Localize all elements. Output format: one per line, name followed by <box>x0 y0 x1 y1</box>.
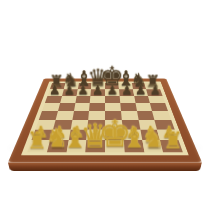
black-pawn[interactable]: ♟ <box>121 83 132 96</box>
square-c7[interactable]: ♟ <box>76 89 91 96</box>
square-b4[interactable] <box>55 111 73 120</box>
square-b6[interactable] <box>60 96 76 103</box>
square-e5[interactable] <box>105 103 121 111</box>
square-c6[interactable] <box>75 96 91 103</box>
black-pawn[interactable]: ♟ <box>135 83 146 96</box>
square-g1[interactable]: ♞ <box>142 140 164 152</box>
square-a5[interactable] <box>42 103 60 111</box>
square-h7[interactable]: ♟ <box>146 89 162 96</box>
square-h1[interactable]: ♜ <box>160 140 183 152</box>
black-pawn[interactable]: ♟ <box>92 83 103 96</box>
square-e6[interactable] <box>105 96 120 103</box>
white-rook[interactable]: ♜ <box>163 129 184 152</box>
photo-canvas: ♜♞♝♛♚♝♞♜♟♟♟♟♟♟♟♟♟♟♟♟♟♟♟♟♜♞♝♛♚♝♞♜ <box>0 0 210 210</box>
square-h6[interactable] <box>148 96 165 103</box>
square-f6[interactable] <box>119 96 135 103</box>
board-grid: ♜♞♝♛♚♝♞♜♟♟♟♟♟♟♟♟♟♟♟♟♟♟♟♟♜♞♝♛♚♝♞♜ <box>27 83 183 152</box>
square-d7[interactable]: ♟ <box>91 89 105 96</box>
chessboard: ♜♞♝♛♚♝♞♜♟♟♟♟♟♟♟♟♟♟♟♟♟♟♟♟♜♞♝♛♚♝♞♜ <box>8 79 202 163</box>
square-g7[interactable]: ♟ <box>133 89 149 96</box>
board-front-edge <box>8 162 202 171</box>
square-d6[interactable] <box>90 96 105 103</box>
square-e7[interactable]: ♟ <box>105 89 119 96</box>
square-c5[interactable] <box>74 103 90 111</box>
black-pawn[interactable]: ♟ <box>150 83 161 96</box>
black-pawn[interactable]: ♟ <box>63 83 74 96</box>
black-pawn[interactable]: ♟ <box>78 83 89 96</box>
black-pawn[interactable]: ♟ <box>106 83 117 96</box>
square-b5[interactable] <box>58 103 75 111</box>
black-pawn[interactable]: ♟ <box>49 83 60 96</box>
square-d5[interactable] <box>89 103 105 111</box>
square-f5[interactable] <box>120 103 136 111</box>
square-h4[interactable] <box>152 111 171 120</box>
square-h5[interactable] <box>150 103 168 111</box>
chessboard-scene: ♜♞♝♛♚♝♞♜♟♟♟♟♟♟♟♟♟♟♟♟♟♟♟♟♜♞♝♛♚♝♞♜ <box>0 0 210 210</box>
square-b7[interactable]: ♟ <box>62 89 78 96</box>
square-f7[interactable]: ♟ <box>119 89 134 96</box>
